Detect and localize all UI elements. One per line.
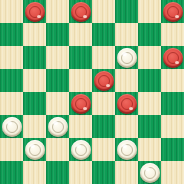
square-r2c2 [46,46,69,69]
red-man[interactable] [163,2,183,22]
square-r3c4[interactable] [92,69,115,92]
square-r4c7[interactable] [161,92,184,115]
red-man[interactable] [117,94,137,114]
square-r7c0[interactable] [0,161,23,184]
square-r0c5[interactable] [115,0,138,23]
square-r1c7 [161,23,184,46]
square-r0c1[interactable] [23,0,46,23]
square-r1c1 [23,23,46,46]
square-r6c6 [138,138,161,161]
square-r6c5[interactable] [115,138,138,161]
square-r6c4 [92,138,115,161]
square-r2c6 [138,46,161,69]
square-r6c0 [0,138,23,161]
square-r2c1[interactable] [23,46,46,69]
square-r0c6 [138,0,161,23]
square-r6c7[interactable] [161,138,184,161]
white-man[interactable] [140,163,160,183]
square-r3c6[interactable] [138,69,161,92]
square-r7c6[interactable] [138,161,161,184]
square-r7c5 [115,161,138,184]
square-r5c5 [115,115,138,138]
square-r6c1[interactable] [23,138,46,161]
square-r0c2 [46,0,69,23]
square-r7c1 [23,161,46,184]
square-r2c0 [0,46,23,69]
red-man[interactable] [71,2,91,22]
square-r3c5 [115,69,138,92]
red-man[interactable] [71,94,91,114]
square-r3c0[interactable] [0,69,23,92]
square-r1c2[interactable] [46,23,69,46]
square-r2c5[interactable] [115,46,138,69]
square-r1c6[interactable] [138,23,161,46]
square-r7c7 [161,161,184,184]
square-r0c7[interactable] [161,0,184,23]
square-r7c3 [69,161,92,184]
square-r5c0[interactable] [0,115,23,138]
white-man[interactable] [25,140,45,160]
square-r5c2[interactable] [46,115,69,138]
white-man[interactable] [71,140,91,160]
square-r2c7[interactable] [161,46,184,69]
square-r4c5[interactable] [115,92,138,115]
square-r1c4[interactable] [92,23,115,46]
square-r4c4 [92,92,115,115]
square-r5c3 [69,115,92,138]
square-r7c4[interactable] [92,161,115,184]
square-r7c2[interactable] [46,161,69,184]
white-man[interactable] [117,48,137,68]
square-r2c4 [92,46,115,69]
square-r3c7 [161,69,184,92]
red-man[interactable] [94,71,114,91]
square-r4c0 [0,92,23,115]
red-man[interactable] [163,48,183,68]
square-r0c4 [92,0,115,23]
checkers-board [0,0,184,184]
square-r6c2 [46,138,69,161]
square-r5c1 [23,115,46,138]
white-man[interactable] [117,140,137,160]
square-r0c3[interactable] [69,0,92,23]
square-r2c3[interactable] [69,46,92,69]
square-r1c3 [69,23,92,46]
square-r1c5 [115,23,138,46]
square-r4c2 [46,92,69,115]
square-r5c6[interactable] [138,115,161,138]
white-man[interactable] [48,117,68,137]
square-r3c2[interactable] [46,69,69,92]
square-r3c3 [69,69,92,92]
square-r4c3[interactable] [69,92,92,115]
square-r5c4[interactable] [92,115,115,138]
square-r5c7 [161,115,184,138]
square-r6c3[interactable] [69,138,92,161]
square-r4c1[interactable] [23,92,46,115]
square-r4c6 [138,92,161,115]
red-man[interactable] [25,2,45,22]
square-r1c0[interactable] [0,23,23,46]
square-r0c0 [0,0,23,23]
square-r3c1 [23,69,46,92]
white-man[interactable] [2,117,22,137]
